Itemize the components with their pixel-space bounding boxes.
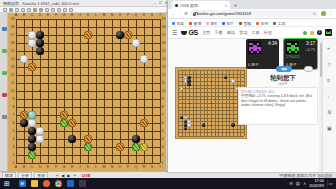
prev-move-icon[interactable]: ◀ [61, 173, 64, 178]
bookmark-item[interactable]: 知乎 [222, 21, 234, 26]
forward-icon[interactable]: → [178, 11, 183, 16]
bookmark-favicon [189, 22, 192, 25]
hint-icon[interactable] [2, 71, 7, 75]
bookmark-star-icon[interactable]: ☆ [312, 11, 316, 16]
black-stone [231, 123, 234, 126]
minimize-button[interactable]: – [154, 0, 156, 6]
black-stone [36, 47, 43, 54]
analyze-icon[interactable] [2, 49, 7, 53]
back-icon[interactable] [15, 8, 19, 12]
white-stone [184, 79, 187, 82]
app-side-toolbar [0, 13, 8, 171]
bookmark-favicon [273, 22, 276, 25]
taskbar-app-blue[interactable] [67, 180, 74, 187]
site-nav-item[interactable]: 学习 [239, 30, 247, 35]
favorites-icon[interactable]: ☆ [327, 61, 331, 67]
bookmark-favicon [239, 22, 242, 25]
alert-icon[interactable] [2, 115, 7, 119]
black-captures: 0 提子 [248, 62, 259, 67]
online-indicator-icon [303, 31, 307, 35]
settings-icon[interactable]: ⚙ [327, 109, 331, 115]
site-header: ☰ GS 主页下棋观战学习工具社区 1 [168, 27, 336, 39]
taskbar-app-chrome[interactable] [55, 180, 62, 187]
hint-stone-orange [84, 135, 91, 142]
taskbar-clock[interactable]: 17:042020/3/9 [309, 179, 324, 188]
bookmark-item[interactable]: 围棋 [239, 21, 251, 26]
tray-expand-icon[interactable]: ∧ [303, 181, 306, 186]
close-button[interactable]: × [165, 0, 167, 6]
tab-favicon [175, 4, 178, 7]
notifications-icon[interactable]: 1 [317, 30, 322, 35]
hint-stone-green [60, 119, 67, 126]
white-player-name: 1790421 [286, 55, 300, 59]
bookmark-favicon [206, 22, 209, 25]
hint-stone-orange [60, 111, 67, 118]
game-menu-button[interactable]: ≡ [304, 66, 313, 72]
hint-stone-cyan [28, 111, 35, 118]
white-clock: 3:17 [306, 41, 315, 46]
taskbar-app-folder[interactable] [31, 180, 38, 187]
desktop: 围棋对弈 - KataGo 1.4942_sabl_300-0 m/s – □ … [0, 0, 336, 189]
hint-stone-orange [28, 63, 35, 70]
open-icon[interactable] [3, 8, 7, 12]
white-stone [132, 39, 139, 46]
bookmark-item[interactable]: 新闻 [256, 21, 268, 26]
action-center-icon[interactable]: ▭ [327, 180, 333, 188]
black-stone [36, 31, 43, 38]
hint-stone-orange [124, 31, 131, 38]
star-point [39, 90, 41, 92]
mail-icon[interactable]: ✉ [289, 181, 293, 186]
user-avatar[interactable] [325, 29, 332, 36]
hint-stone-yellow [140, 143, 147, 150]
url-text[interactable]: online-go.com/game/5903418 [198, 11, 310, 16]
black-stone [28, 143, 35, 150]
url-field[interactable]: online-go.com/game/5903418 ☆ [190, 10, 319, 17]
star-point [211, 125, 212, 126]
hint-stone-green [84, 143, 91, 150]
white-player-avatar [286, 41, 299, 54]
white-stone [231, 79, 234, 82]
white-stone [28, 31, 35, 38]
pass-icon[interactable] [27, 8, 31, 12]
taskbar-app-dark[interactable] [79, 180, 86, 187]
site-logo[interactable]: GS [181, 29, 198, 36]
hamburger-menu-icon[interactable]: ☰ [172, 29, 177, 36]
star-point [233, 103, 234, 104]
black-stone [184, 127, 187, 130]
first-move-icon[interactable]: « [56, 173, 58, 178]
black-stone [132, 135, 139, 142]
game-page-content: 4:34 0 提子 3:17 +3.75 1790421 0 提子 ◀ ▶ ≡ … [168, 39, 336, 172]
star-point [211, 103, 212, 104]
black-stone [68, 135, 75, 142]
start-button[interactable]: ⊞ [0, 178, 14, 189]
browser-sidebar: +☆≡↓⚙▣ [322, 39, 336, 172]
game-board-small[interactable] [176, 68, 246, 138]
site-nav-item[interactable]: 工具 [251, 30, 259, 35]
white-stone [28, 39, 35, 46]
back-icon[interactable]: ← [171, 11, 176, 16]
site-nav-item[interactable]: 社区 [264, 30, 272, 35]
camera-icon[interactable] [69, 8, 73, 12]
hint-stone-green [132, 143, 139, 150]
bookmarks-bar: 百度微博B站知乎围棋新闻工具 [168, 20, 336, 27]
app-title: 围棋对弈 - KataGo 1.4942_sabl_300-0 m/s [0, 1, 154, 6]
black-stone [202, 123, 205, 126]
chat-message: 中国规则 +3.75, running 4.4G block net. (But… [241, 94, 315, 108]
padlock-icon [193, 13, 196, 16]
app-bottom-bar: 棋谱分析形势 «◀▶» LIVE 中国规则 黑贴3.75子 300访问 [0, 171, 336, 178]
white-stone [20, 55, 27, 62]
tournament-icon[interactable] [310, 31, 314, 35]
last-move-icon[interactable]: » [73, 173, 75, 178]
forward-icon[interactable] [21, 8, 25, 12]
network-icon[interactable]: ▤ [296, 181, 300, 186]
star-point [87, 42, 89, 44]
score-icon[interactable] [2, 93, 7, 97]
bookmark-item[interactable]: 微博 [189, 21, 201, 26]
star-point [211, 81, 212, 82]
site-logo-text: GS [188, 29, 198, 36]
hint-stone-orange [20, 111, 27, 118]
downloads-icon[interactable]: ↓ [327, 93, 330, 99]
game-chat[interactable]: [19:36] 1790421 (白): 中国规则 +3.75, running… [238, 87, 318, 125]
white-stone [36, 135, 43, 142]
collections-icon[interactable]: ≡ [327, 77, 330, 83]
territory-icon[interactable] [45, 8, 49, 12]
settings-icon[interactable] [57, 8, 61, 12]
star-point [87, 90, 89, 92]
black-player-avatar [248, 41, 261, 54]
go-board[interactable]: AA1919BB1818CC1717DD1616EE1515FF1414GG13… [8, 13, 166, 171]
hint-stone-orange [84, 31, 91, 38]
go-bowl-icon [181, 31, 187, 35]
black-stone [28, 127, 35, 134]
bookmark-favicon [222, 22, 225, 25]
black-stone [28, 135, 35, 142]
app-titlebar[interactable]: 围棋对弈 - KataGo 1.4942_sabl_300-0 m/s – □ … [0, 0, 170, 7]
white-stone [184, 116, 187, 119]
white-player-card[interactable]: 3:17 +3.75 1790421 0 提子 [284, 39, 317, 69]
site-nav-item[interactable]: 观战 [227, 30, 235, 35]
tab-title: OGS 对局 [180, 3, 223, 8]
star-point [135, 90, 137, 92]
star-point [189, 103, 190, 104]
white-stone [180, 87, 183, 90]
browser-addressbar: ← → ⟳ online-go.com/game/5903418 ☆ ⋮ [168, 9, 336, 19]
profile-avatar[interactable] [321, 11, 326, 16]
add-icon[interactable]: + [327, 45, 330, 51]
browser-tabbar: OGS 对局 × + [168, 0, 336, 9]
bookmark-favicon [256, 22, 259, 25]
bookmark-favicon [172, 22, 175, 25]
live-badge: LIVE [82, 173, 91, 178]
hint-icon[interactable] [39, 8, 43, 12]
browser-menu-icon[interactable]: ⋮ [328, 11, 333, 16]
bookmark-item[interactable]: 百度 [172, 21, 184, 26]
tab-close-icon[interactable]: × [225, 3, 227, 8]
black-stone [36, 39, 43, 46]
count-icon[interactable] [33, 8, 37, 12]
new-tab-button[interactable]: + [234, 1, 237, 9]
hint-stone-orange [140, 119, 147, 126]
bookmark-item[interactable]: 工具 [273, 21, 285, 26]
white-stone [36, 127, 43, 134]
move-number: 第8手 [248, 82, 318, 86]
rules-status-text: 中国规则 黑贴3.75子 300访问 [279, 173, 332, 178]
windows-taskbar: ⊞ e ✉▤∧ 17:042020/3/9 ▭ [0, 178, 336, 189]
graph-icon[interactable] [51, 8, 55, 12]
black-to-play-icon[interactable] [2, 27, 7, 31]
black-clock: 4:34 [268, 41, 277, 46]
browser-tab[interactable]: OGS 对局 × [172, 1, 230, 9]
next-move-icon[interactable]: ▶ [67, 173, 70, 178]
taskbar-app-firefox[interactable] [43, 180, 50, 187]
white-stone [140, 55, 147, 62]
black-player-card[interactable]: 4:34 0 提子 [246, 39, 279, 69]
info-icon[interactable] [63, 8, 67, 12]
hint-stone-green [28, 151, 35, 158]
black-stone [224, 76, 227, 79]
black-stone [180, 116, 183, 119]
hint-stone-orange [68, 119, 75, 126]
hint-stone-orange [116, 143, 123, 150]
bookmark-item[interactable]: B站 [206, 21, 217, 26]
white-komi: +3.75 [305, 48, 315, 52]
site-nav-item[interactable]: 主页 [202, 30, 210, 35]
white-stone [187, 123, 190, 126]
save-icon[interactable] [9, 8, 13, 12]
apps-icon[interactable]: ▣ [327, 125, 332, 131]
browser-window: OGS 对局 × + ← → ⟳ online-go.com/game/5903… [168, 0, 336, 172]
black-stone [187, 83, 190, 86]
refresh-icon[interactable]: ⟳ [184, 11, 188, 16]
maximize-button[interactable]: □ [159, 0, 161, 6]
black-stone [116, 31, 123, 38]
move-navigation-button[interactable]: ◀ ▶ [276, 66, 292, 72]
taskbar-app-edge[interactable]: e [19, 180, 26, 187]
black-stone [20, 119, 27, 126]
site-nav-item[interactable]: 下棋 [214, 30, 222, 35]
white-stone [28, 119, 35, 126]
